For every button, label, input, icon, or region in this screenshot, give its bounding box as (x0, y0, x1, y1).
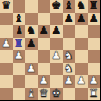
piece-white-pawn-g2[interactable]: ♟ (75, 75, 88, 88)
square-b4[interactable]: ♟ (13, 50, 26, 63)
square-a3[interactable] (0, 63, 13, 76)
square-c3[interactable]: ♟ (25, 63, 38, 76)
square-g4[interactable] (75, 50, 88, 63)
piece-white-king-e1[interactable]: ♚ (50, 88, 63, 101)
piece-black-pawn-h7[interactable]: ♟ (88, 13, 101, 26)
square-b2[interactable] (13, 75, 26, 88)
square-b6[interactable]: ♟ (13, 25, 26, 38)
square-e3[interactable] (50, 63, 63, 76)
piece-black-king-e8[interactable]: ♚ (50, 0, 63, 13)
piece-black-knight-g8[interactable]: ♞ (75, 0, 88, 13)
square-g6[interactable] (75, 25, 88, 38)
square-c8[interactable] (25, 0, 38, 13)
square-g2[interactable]: ♟ (75, 75, 88, 88)
square-f1[interactable] (63, 88, 76, 101)
piece-white-pawn-e4[interactable]: ♟ (50, 50, 63, 63)
piece-black-pawn-g7[interactable]: ♟ (75, 13, 88, 26)
square-f6[interactable] (63, 25, 76, 38)
piece-black-pawn-d6[interactable]: ♟ (38, 25, 51, 38)
piece-black-bishop-f8[interactable]: ♝ (63, 0, 76, 13)
square-a2[interactable] (0, 75, 13, 88)
piece-white-pawn-c3[interactable]: ♟ (25, 63, 38, 76)
piece-white-pawn-d2[interactable]: ♟ (38, 75, 51, 88)
piece-black-pawn-f7[interactable]: ♟ (63, 13, 76, 26)
square-a5[interactable]: ♟ (0, 38, 13, 51)
piece-white-queen-d1[interactable]: ♛ (38, 88, 51, 101)
square-f4[interactable]: ♞ (63, 50, 76, 63)
chess-board: ♛♚♝♞♜♝♟♟♟♟♞♟♟♟♜♟♟♟♞♟♞♟♟♟♟♝♛♚♜ (0, 0, 100, 100)
square-e2[interactable] (50, 75, 63, 88)
piece-black-pawn-e6[interactable]: ♟ (50, 25, 63, 38)
square-d4[interactable] (38, 50, 51, 63)
square-a6[interactable] (0, 25, 13, 38)
piece-white-bishop-c1[interactable]: ♝ (25, 88, 38, 101)
square-a1[interactable] (0, 88, 13, 101)
square-b8[interactable] (13, 0, 26, 13)
square-f7[interactable]: ♟ (63, 13, 76, 26)
square-d6[interactable]: ♟ (38, 25, 51, 38)
square-d5[interactable] (38, 38, 51, 51)
square-g8[interactable]: ♞ (75, 0, 88, 13)
square-f8[interactable]: ♝ (63, 0, 76, 13)
square-b1[interactable] (13, 88, 26, 101)
piece-black-pawn-c5[interactable]: ♟ (25, 38, 38, 51)
piece-white-pawn-f2[interactable]: ♟ (63, 75, 76, 88)
square-d8[interactable] (38, 0, 51, 13)
square-e1[interactable]: ♚ (50, 88, 63, 101)
square-b3[interactable] (13, 63, 26, 76)
square-d1[interactable]: ♛ (38, 88, 51, 101)
square-c1[interactable]: ♝ (25, 88, 38, 101)
square-g1[interactable] (75, 88, 88, 101)
square-e6[interactable]: ♟ (50, 25, 63, 38)
square-c2[interactable] (25, 75, 38, 88)
square-h5[interactable] (88, 38, 101, 51)
square-h8[interactable]: ♜ (88, 0, 101, 13)
square-a8[interactable]: ♛ (0, 0, 13, 13)
square-c5[interactable]: ♟ (25, 38, 38, 51)
square-f2[interactable]: ♟ (63, 75, 76, 88)
square-g7[interactable]: ♟ (75, 13, 88, 26)
piece-white-pawn-h2[interactable]: ♟ (88, 75, 101, 88)
square-h4[interactable] (88, 50, 101, 63)
piece-white-rook-h1[interactable]: ♜ (88, 88, 101, 101)
piece-black-pawn-b6[interactable]: ♟ (15, 25, 23, 38)
square-h2[interactable]: ♟ (88, 75, 101, 88)
square-a7[interactable] (0, 13, 13, 26)
square-g5[interactable] (75, 38, 88, 51)
square-e4[interactable]: ♟ (50, 50, 63, 63)
piece-black-queen-a8[interactable]: ♛ (0, 0, 13, 13)
square-c4[interactable] (25, 50, 38, 63)
square-d2[interactable]: ♟ (38, 75, 51, 88)
square-h1[interactable]: ♜ (88, 88, 101, 101)
piece-white-pawn-a5[interactable]: ♟ (0, 38, 13, 51)
piece-white-knight-f4[interactable]: ♞ (63, 50, 76, 63)
piece-white-pawn-b4[interactable]: ♟ (13, 50, 26, 63)
square-a4[interactable] (0, 50, 13, 63)
piece-black-knight-c6[interactable]: ♞ (25, 25, 38, 38)
piece-black-rook-h8[interactable]: ♜ (88, 0, 101, 13)
square-h7[interactable]: ♟ (88, 13, 101, 26)
square-c6[interactable]: ♞ (25, 25, 38, 38)
square-e8[interactable]: ♚ (50, 0, 63, 13)
square-h6[interactable] (88, 25, 101, 38)
